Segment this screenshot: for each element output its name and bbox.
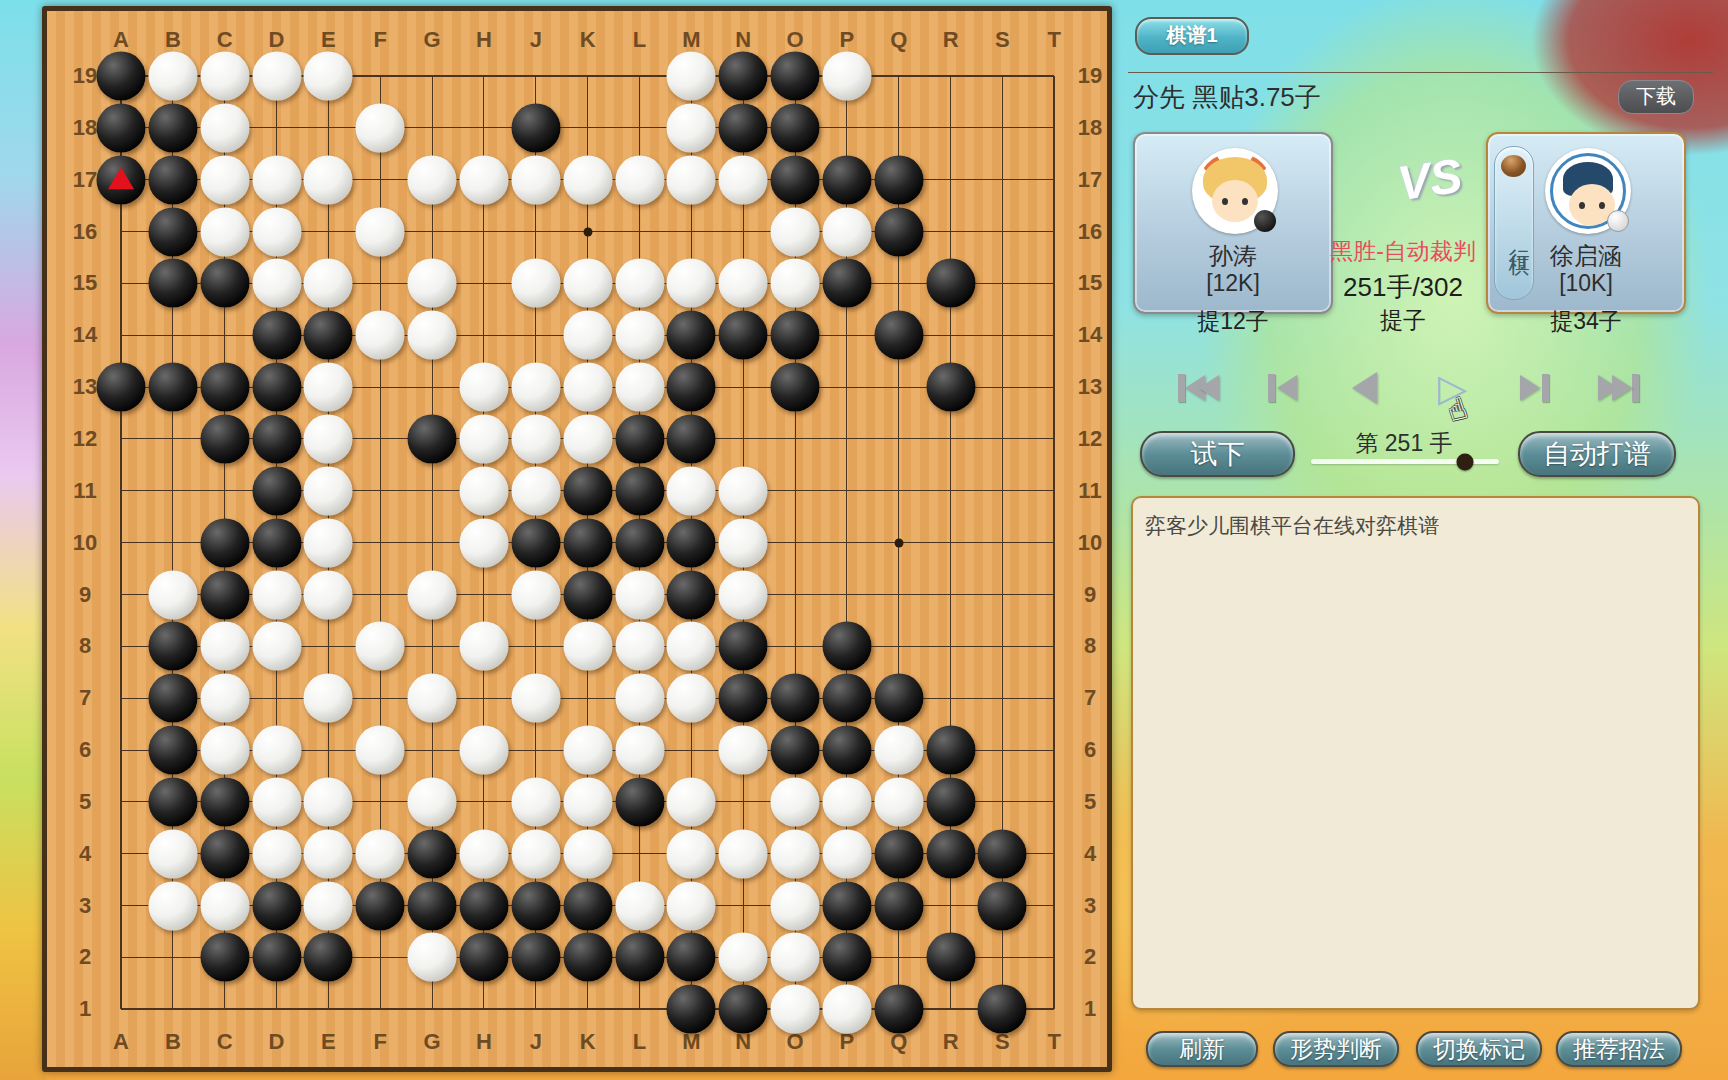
- stone-white[interactable]: [459, 414, 508, 463]
- coord-label-left: 18: [73, 115, 97, 141]
- coord-label-left: 17: [73, 167, 97, 193]
- stone-white[interactable]: [200, 881, 249, 930]
- stone-black[interactable]: [200, 518, 249, 567]
- stone-white[interactable]: [408, 570, 457, 619]
- stone-white[interactable]: [200, 207, 249, 256]
- stone-white[interactable]: [408, 155, 457, 204]
- stone-white[interactable]: [148, 881, 197, 930]
- stone-black[interactable]: [667, 414, 716, 463]
- coord-label-right: 13: [1078, 374, 1102, 400]
- coord-label-top: J: [530, 27, 542, 53]
- stone-black[interactable]: [978, 881, 1027, 930]
- white-player-name: 徐启涵: [1488, 240, 1684, 272]
- stone-black[interactable]: [771, 726, 820, 775]
- stone-black[interactable]: [563, 518, 612, 567]
- stone-black[interactable]: [822, 881, 871, 930]
- stone-black[interactable]: [200, 570, 249, 619]
- stone-white[interactable]: [356, 207, 405, 256]
- game-result-text: 黑胜-自动裁判: [1318, 236, 1488, 267]
- stone-white[interactable]: [304, 674, 353, 723]
- stone-white[interactable]: [822, 985, 871, 1034]
- stone-black[interactable]: [511, 881, 560, 930]
- stone-white[interactable]: [304, 881, 353, 930]
- stone-black[interactable]: [97, 103, 146, 152]
- coord-label-bottom: F: [374, 1029, 387, 1055]
- stone-black[interactable]: [822, 622, 871, 671]
- tab-kifu-1[interactable]: 棋谱1: [1135, 17, 1249, 55]
- kifu-notes-panel[interactable]: 弈客少儿围棋平台在线对弈棋谱: [1131, 496, 1700, 1010]
- white-player-rank: [10K]: [1488, 270, 1684, 297]
- stone-black[interactable]: [148, 207, 197, 256]
- coord-label-right: 2: [1084, 944, 1096, 970]
- coord-label-right: 14: [1078, 322, 1102, 348]
- coord-label-top: L: [633, 27, 646, 53]
- stone-white[interactable]: [200, 674, 249, 723]
- stone-white[interactable]: [304, 155, 353, 204]
- stone-black[interactable]: [615, 777, 664, 826]
- stone-black[interactable]: [200, 259, 249, 308]
- stone-black[interactable]: [511, 103, 560, 152]
- stone-white[interactable]: [667, 622, 716, 671]
- stone-white[interactable]: [252, 570, 301, 619]
- stone-white[interactable]: [771, 829, 820, 878]
- stone-black[interactable]: [771, 363, 820, 412]
- stone-black[interactable]: [719, 674, 768, 723]
- stone-white[interactable]: [148, 570, 197, 619]
- coord-label-left: 7: [79, 685, 91, 711]
- stone-white[interactable]: [615, 363, 664, 412]
- stone-black[interactable]: [252, 933, 301, 982]
- stone-white[interactable]: [615, 622, 664, 671]
- stone-black[interactable]: [459, 881, 508, 930]
- stone-white[interactable]: [304, 777, 353, 826]
- stone-white[interactable]: [408, 311, 457, 360]
- stone-white[interactable]: [667, 466, 716, 515]
- stone-black[interactable]: [511, 518, 560, 567]
- coord-label-bottom: T: [1048, 1029, 1061, 1055]
- stone-white[interactable]: [356, 726, 405, 775]
- coord-label-left: 10: [73, 530, 97, 556]
- stone-white[interactable]: [822, 777, 871, 826]
- stone-black[interactable]: [459, 933, 508, 982]
- stone-black[interactable]: [822, 155, 871, 204]
- stone-black[interactable]: [667, 985, 716, 1034]
- coord-label-left: 13: [73, 374, 97, 400]
- coord-label-left: 16: [73, 219, 97, 245]
- stone-black[interactable]: [304, 311, 353, 360]
- stone-black[interactable]: [822, 674, 871, 723]
- stone-white[interactable]: [719, 466, 768, 515]
- stone-black[interactable]: [667, 311, 716, 360]
- stone-black[interactable]: [874, 207, 923, 256]
- refresh-button[interactable]: 刷新: [1146, 1031, 1258, 1067]
- stone-black[interactable]: [719, 985, 768, 1034]
- go-to-start-icon[interactable]: [1178, 368, 1219, 408]
- stone-white[interactable]: [252, 207, 301, 256]
- stone-white[interactable]: [719, 726, 768, 775]
- stone-black[interactable]: [719, 622, 768, 671]
- stone-black[interactable]: [822, 726, 871, 775]
- black-player-name: 孙涛: [1135, 240, 1331, 272]
- coord-label-bottom: G: [424, 1029, 441, 1055]
- stone-black[interactable]: [252, 881, 301, 930]
- stone-white[interactable]: [667, 259, 716, 308]
- stone-white[interactable]: [563, 259, 612, 308]
- coord-label-top: P: [840, 27, 855, 53]
- stone-white[interactable]: [822, 829, 871, 878]
- stone-black[interactable]: [926, 363, 975, 412]
- coord-label-top: G: [424, 27, 441, 53]
- stone-white[interactable]: [511, 777, 560, 826]
- coord-label-left: 15: [73, 270, 97, 296]
- stone-black[interactable]: [200, 363, 249, 412]
- black-player-card: 孙涛 [12K] 提12子: [1133, 132, 1333, 314]
- star-point: [894, 538, 903, 547]
- stone-white[interactable]: [304, 466, 353, 515]
- stone-white[interactable]: [356, 829, 405, 878]
- stone-white[interactable]: [356, 622, 405, 671]
- stone-black[interactable]: [148, 622, 197, 671]
- coord-label-left: 8: [79, 633, 91, 659]
- stone-white[interactable]: [719, 259, 768, 308]
- vs-mark: VS: [1394, 148, 1465, 211]
- stone-black[interactable]: [252, 518, 301, 567]
- stone-white[interactable]: [667, 52, 716, 101]
- stone-white[interactable]: [200, 155, 249, 204]
- white-player-card: 行棋 徐启涵 [10K] 提34子: [1486, 132, 1686, 314]
- stone-black[interactable]: [252, 414, 301, 463]
- coord-label-left: 19: [73, 63, 97, 89]
- stone-black[interactable]: [563, 933, 612, 982]
- black-stone-badge-icon: [1254, 210, 1276, 232]
- coord-label-left: 9: [79, 582, 91, 608]
- coord-label-right: 19: [1078, 63, 1102, 89]
- stone-white[interactable]: [252, 52, 301, 101]
- coord-label-right: 4: [1084, 841, 1096, 867]
- stone-black[interactable]: [926, 259, 975, 308]
- stone-white[interactable]: [667, 829, 716, 878]
- stone-white[interactable]: [563, 311, 612, 360]
- stone-black[interactable]: [511, 933, 560, 982]
- stone-white[interactable]: [148, 829, 197, 878]
- coord-label-right: 10: [1078, 530, 1102, 556]
- stone-black[interactable]: [97, 363, 146, 412]
- stone-white[interactable]: [719, 933, 768, 982]
- stone-white[interactable]: [874, 726, 923, 775]
- stone-black[interactable]: [408, 829, 457, 878]
- stone-white[interactable]: [511, 829, 560, 878]
- stone-white[interactable]: [459, 155, 508, 204]
- stone-white[interactable]: [511, 674, 560, 723]
- stone-white[interactable]: [252, 155, 301, 204]
- coord-label-bottom: J: [530, 1029, 542, 1055]
- stone-white[interactable]: [667, 777, 716, 826]
- stone-white[interactable]: [615, 259, 664, 308]
- stone-white[interactable]: [615, 155, 664, 204]
- move-slider-thumb[interactable]: [1457, 453, 1474, 470]
- stone-white[interactable]: [304, 518, 353, 567]
- stone-white[interactable]: [459, 518, 508, 567]
- stone-white[interactable]: [511, 414, 560, 463]
- stone-white[interactable]: [874, 777, 923, 826]
- avatar-face: [1212, 180, 1258, 222]
- coord-label-top: R: [943, 27, 959, 53]
- stone-black[interactable]: [615, 933, 664, 982]
- stone-white[interactable]: [771, 777, 820, 826]
- stone-white[interactable]: [511, 363, 560, 412]
- suggest-move-button[interactable]: 推荐招法: [1556, 1031, 1682, 1067]
- stone-black[interactable]: [822, 933, 871, 982]
- stone-white[interactable]: [408, 777, 457, 826]
- stone-white[interactable]: [563, 726, 612, 775]
- auto-replay-button[interactable]: 自动打谱: [1518, 431, 1676, 477]
- stone-black[interactable]: [200, 933, 249, 982]
- stone-black[interactable]: [615, 414, 664, 463]
- stone-white[interactable]: [200, 103, 249, 152]
- stone-black[interactable]: [978, 829, 1027, 878]
- stone-black[interactable]: [304, 933, 353, 982]
- stone-white[interactable]: [771, 207, 820, 256]
- coord-label-top: T: [1048, 27, 1061, 53]
- stone-white[interactable]: [563, 414, 612, 463]
- stone-black[interactable]: [148, 363, 197, 412]
- stone-white[interactable]: [252, 829, 301, 878]
- coord-label-left: 4: [79, 841, 91, 867]
- stone-white[interactable]: [408, 674, 457, 723]
- coord-label-top: S: [995, 27, 1010, 53]
- stone-white[interactable]: [667, 881, 716, 930]
- captures-label: 提子: [1318, 305, 1488, 336]
- coord-label-right: 12: [1078, 426, 1102, 452]
- coord-label-top: C: [217, 27, 233, 53]
- stone-white[interactable]: [771, 259, 820, 308]
- stone-white[interactable]: [304, 414, 353, 463]
- stone-black[interactable]: [615, 518, 664, 567]
- stone-white[interactable]: [304, 570, 353, 619]
- stone-white[interactable]: [408, 933, 457, 982]
- white-player-avatar: [1545, 148, 1631, 234]
- coord-label-bottom: R: [943, 1029, 959, 1055]
- coord-label-right: 5: [1084, 789, 1096, 815]
- stone-black[interactable]: [563, 466, 612, 515]
- divider: [1128, 72, 1713, 73]
- match-rules-text: 分先 黑贴3.75子: [1133, 80, 1321, 115]
- stone-black[interactable]: [408, 414, 457, 463]
- stone-white[interactable]: [563, 829, 612, 878]
- stone-black[interactable]: [97, 52, 146, 101]
- stone-white[interactable]: [459, 622, 508, 671]
- stone-white[interactable]: [771, 881, 820, 930]
- stone-black[interactable]: [252, 311, 301, 360]
- coord-label-top: A: [113, 27, 129, 53]
- stone-black[interactable]: [874, 674, 923, 723]
- stone-white[interactable]: [615, 674, 664, 723]
- stone-white[interactable]: [459, 363, 508, 412]
- stone-black[interactable]: [563, 881, 612, 930]
- coord-label-right: 15: [1078, 270, 1102, 296]
- go-bowl-icon: [1501, 155, 1526, 177]
- coord-label-bottom: A: [113, 1029, 129, 1055]
- stone-black[interactable]: [926, 829, 975, 878]
- coord-label-left: 1: [79, 996, 91, 1022]
- coord-label-left: 11: [73, 478, 96, 504]
- stone-white[interactable]: [511, 259, 560, 308]
- stone-black[interactable]: [926, 933, 975, 982]
- black-player-avatar: [1192, 148, 1278, 234]
- stone-white[interactable]: [719, 829, 768, 878]
- stone-black[interactable]: [771, 52, 820, 101]
- stone-white[interactable]: [459, 829, 508, 878]
- stone-black[interactable]: [667, 570, 716, 619]
- stone-black[interactable]: [771, 155, 820, 204]
- stone-black[interactable]: [148, 674, 197, 723]
- stone-black[interactable]: [148, 103, 197, 152]
- stone-white[interactable]: [822, 52, 871, 101]
- coord-label-top: F: [374, 27, 387, 53]
- stone-black[interactable]: [200, 414, 249, 463]
- stone-white[interactable]: [563, 622, 612, 671]
- coord-label-right: 11: [1078, 478, 1101, 504]
- stone-white[interactable]: [511, 155, 560, 204]
- stone-white[interactable]: [667, 674, 716, 723]
- coord-label-left: 12: [73, 426, 97, 452]
- coord-label-right: 18: [1078, 115, 1102, 141]
- coord-label-right: 8: [1084, 633, 1096, 659]
- stone-white[interactable]: [252, 259, 301, 308]
- stone-black[interactable]: [719, 311, 768, 360]
- stone-white[interactable]: [719, 570, 768, 619]
- move-slider[interactable]: [1311, 459, 1499, 464]
- stone-white[interactable]: [304, 52, 353, 101]
- coord-label-top: B: [165, 27, 181, 53]
- stone-white[interactable]: [304, 829, 353, 878]
- stone-white[interactable]: [822, 207, 871, 256]
- download-button[interactable]: 下载: [1618, 80, 1694, 114]
- stone-black[interactable]: [148, 259, 197, 308]
- stone-black[interactable]: [667, 933, 716, 982]
- stone-black[interactable]: [926, 777, 975, 826]
- stone-black[interactable]: [771, 103, 820, 152]
- stone-white[interactable]: [356, 311, 405, 360]
- coord-label-bottom: B: [165, 1029, 181, 1055]
- stone-white[interactable]: [771, 985, 820, 1034]
- left-scenery-strip: [0, 0, 46, 1080]
- stone-white[interactable]: [511, 570, 560, 619]
- previous-move-icon[interactable]: [1352, 368, 1377, 408]
- stone-black[interactable]: [148, 777, 197, 826]
- stone-white[interactable]: [408, 259, 457, 308]
- stone-white[interactable]: [304, 363, 353, 412]
- toggle-marks-button[interactable]: 切换标记: [1416, 1031, 1542, 1067]
- stone-black[interactable]: [252, 363, 301, 412]
- stone-black[interactable]: [667, 363, 716, 412]
- coord-label-left: 3: [79, 893, 91, 919]
- coord-label-top: Q: [890, 27, 907, 53]
- stone-white[interactable]: [511, 466, 560, 515]
- stone-white[interactable]: [615, 570, 664, 619]
- stone-black[interactable]: [874, 311, 923, 360]
- forward-ten-icon[interactable]: [1520, 368, 1549, 408]
- stone-white[interactable]: [563, 363, 612, 412]
- stone-black[interactable]: [252, 466, 301, 515]
- coord-label-left: 6: [79, 737, 91, 763]
- coord-label-top: D: [269, 27, 285, 53]
- white-stone-badge-icon: [1607, 210, 1629, 232]
- back-ten-icon[interactable]: [1268, 368, 1297, 408]
- stone-white[interactable]: [667, 103, 716, 152]
- stone-black[interactable]: [874, 881, 923, 930]
- stone-white[interactable]: [719, 518, 768, 567]
- stone-black[interactable]: [978, 985, 1027, 1034]
- stone-white[interactable]: [667, 155, 716, 204]
- coord-label-left: 5: [79, 789, 91, 815]
- stone-black[interactable]: [200, 829, 249, 878]
- stone-black[interactable]: [874, 829, 923, 878]
- kifu-notes-text: 弈客少儿围棋平台在线对弈棋谱: [1145, 514, 1439, 537]
- stone-black[interactable]: [926, 726, 975, 775]
- stone-black[interactable]: [615, 466, 664, 515]
- stone-white[interactable]: [771, 933, 820, 982]
- coord-label-right: 9: [1084, 582, 1096, 608]
- stone-white[interactable]: [252, 726, 301, 775]
- stone-black[interactable]: [719, 103, 768, 152]
- stone-black[interactable]: [148, 155, 197, 204]
- stone-black[interactable]: [771, 674, 820, 723]
- position-judge-button[interactable]: 形势判断: [1273, 1031, 1399, 1067]
- go-to-end-icon[interactable]: [1598, 368, 1639, 408]
- stone-black[interactable]: [667, 518, 716, 567]
- coord-label-right: 1: [1084, 996, 1096, 1022]
- stone-white[interactable]: [459, 466, 508, 515]
- stone-black[interactable]: [719, 52, 768, 101]
- stone-black[interactable]: [356, 881, 405, 930]
- coord-label-top: E: [321, 27, 336, 53]
- stone-white[interactable]: [615, 881, 664, 930]
- stone-black[interactable]: [563, 570, 612, 619]
- stone-black[interactable]: [200, 777, 249, 826]
- stone-white[interactable]: [200, 726, 249, 775]
- stone-white[interactable]: [200, 622, 249, 671]
- coord-label-top: H: [476, 27, 492, 53]
- stone-white[interactable]: [252, 622, 301, 671]
- go-board[interactable]: AA1919BB1818CC1717DD1616EE1515FF1414GG13…: [42, 6, 1112, 1072]
- move-count-text: 251手/302: [1318, 270, 1488, 305]
- coord-label-top: O: [786, 27, 803, 53]
- stone-black[interactable]: [408, 881, 457, 930]
- stone-white[interactable]: [148, 52, 197, 101]
- try-move-button[interactable]: 试下: [1140, 431, 1295, 477]
- stone-white[interactable]: [563, 777, 612, 826]
- stone-black[interactable]: [148, 726, 197, 775]
- stone-black[interactable]: [771, 311, 820, 360]
- stone-white[interactable]: [615, 311, 664, 360]
- last-move-marker: [108, 167, 134, 189]
- stone-white[interactable]: [200, 52, 249, 101]
- stone-white[interactable]: [356, 103, 405, 152]
- stone-black[interactable]: [874, 985, 923, 1034]
- stone-black[interactable]: [822, 259, 871, 308]
- stone-white[interactable]: [459, 726, 508, 775]
- stone-white[interactable]: [304, 259, 353, 308]
- stone-white[interactable]: [615, 726, 664, 775]
- stone-white[interactable]: [719, 155, 768, 204]
- stone-white[interactable]: [252, 777, 301, 826]
- coord-label-right: 3: [1084, 893, 1096, 919]
- coord-label-bottom: D: [269, 1029, 285, 1055]
- stone-white[interactable]: [563, 155, 612, 204]
- white-player-captures: 提34子: [1488, 306, 1684, 337]
- stone-black[interactable]: [874, 155, 923, 204]
